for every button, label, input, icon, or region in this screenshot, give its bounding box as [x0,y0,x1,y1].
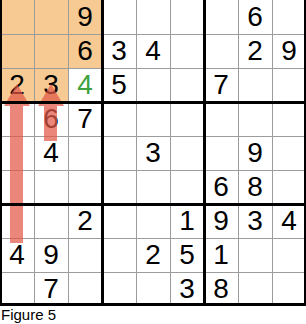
cell-r8c6: 5 [170,238,204,272]
thin-vline [136,0,137,306]
thin-hline [0,34,306,35]
cell-r6c6 [170,170,204,204]
cell-r3c7: 7 [204,68,238,102]
sudoku-figure: 96634292345767439682193449251738 Figure … [0,0,306,324]
cell-r2c1 [0,34,34,68]
cell-r1c5 [136,0,170,34]
cell-r8c2: 9 [34,238,68,272]
cell-r8c1: 4 [0,238,34,272]
figure-caption: Figure 5 [1,306,305,324]
cell-r1c3: 9 [68,0,102,34]
cell-r4c4 [102,102,136,136]
cell-r9c9 [272,272,306,306]
box-vline [101,0,104,306]
cell-r8c5: 2 [136,238,170,272]
cell-r7c6: 1 [170,204,204,238]
cell-r8c8 [238,238,272,272]
cell-r4c9 [272,102,306,136]
cell-r8c4 [102,238,136,272]
border-right [304,0,306,306]
arrow-shaft [44,105,57,141]
cell-r3c5 [136,68,170,102]
cell-r7c5 [136,204,170,238]
cell-r5c4 [102,136,136,170]
cell-r6c3 [68,170,102,204]
cell-r7c4 [102,204,136,238]
arrow-shaft [10,105,23,243]
sudoku-board: 96634292345767439682193449251738 [0,0,306,306]
cell-r1c9 [272,0,306,34]
cell-r4c5 [136,102,170,136]
cell-r3c8 [238,68,272,102]
border-left [0,0,2,306]
cell-r1c4 [102,0,136,34]
cell-r9c2: 7 [34,272,68,306]
cell-r9c3 [68,272,102,306]
box-hline [0,101,306,104]
box-vline [203,0,206,306]
cell-r1c6 [170,0,204,34]
cell-r8c3 [68,238,102,272]
cell-r1c8: 6 [238,0,272,34]
cell-r4c6 [170,102,204,136]
cell-r8c7: 1 [204,238,238,272]
cell-r6c5 [136,170,170,204]
thin-hline [0,238,306,239]
cell-r6c9 [272,170,306,204]
cell-r3c3: 4 [68,68,102,102]
cell-r7c8: 3 [238,204,272,238]
cell-r9c4 [102,272,136,306]
cell-r6c2 [34,170,68,204]
thin-hline [0,68,306,69]
thin-vline [68,0,69,306]
cell-r3c4: 5 [102,68,136,102]
cell-r6c4 [102,170,136,204]
box-hline [0,203,306,206]
cell-r5c7 [204,136,238,170]
cell-r9c8 [238,272,272,306]
cell-r6c7: 6 [204,170,238,204]
cell-r9c6: 3 [170,272,204,306]
cell-r3c6 [170,68,204,102]
cell-r7c7: 9 [204,204,238,238]
cell-r4c3: 7 [68,102,102,136]
thin-vline [170,0,171,306]
thin-hline [0,170,306,171]
cell-r7c9: 4 [272,204,306,238]
cell-r2c7 [204,34,238,68]
cell-r2c3: 6 [68,34,102,68]
cell-r6c8: 8 [238,170,272,204]
cell-r9c5 [136,272,170,306]
cell-r5c6 [170,136,204,170]
border-bottom [0,303,306,306]
cell-r7c2 [34,204,68,238]
cell-r5c9 [272,136,306,170]
sudoku-cells: 96634292345767439682193449251738 [0,0,306,306]
cell-r2c6 [170,34,204,68]
cell-r2c2 [34,34,68,68]
cell-r1c2 [34,0,68,34]
cell-r4c8 [238,102,272,136]
cell-r5c8: 9 [238,136,272,170]
cell-r1c7 [204,0,238,34]
thin-vline [238,0,239,306]
cell-r2c9: 9 [272,34,306,68]
cell-r5c3 [68,136,102,170]
cell-r4c7 [204,102,238,136]
thin-vline [34,0,35,306]
cell-r9c7: 8 [204,272,238,306]
cell-r2c5: 4 [136,34,170,68]
cell-r2c4: 3 [102,34,136,68]
cell-r3c9 [272,68,306,102]
cell-r5c2: 4 [34,136,68,170]
cell-r7c3: 2 [68,204,102,238]
thin-vline [272,0,273,306]
cell-r1c1 [0,0,34,34]
cell-r8c9 [272,238,306,272]
cell-r5c5: 3 [136,136,170,170]
thin-hline [0,272,306,273]
cell-r9c1 [0,272,34,306]
cell-r2c8: 2 [238,34,272,68]
